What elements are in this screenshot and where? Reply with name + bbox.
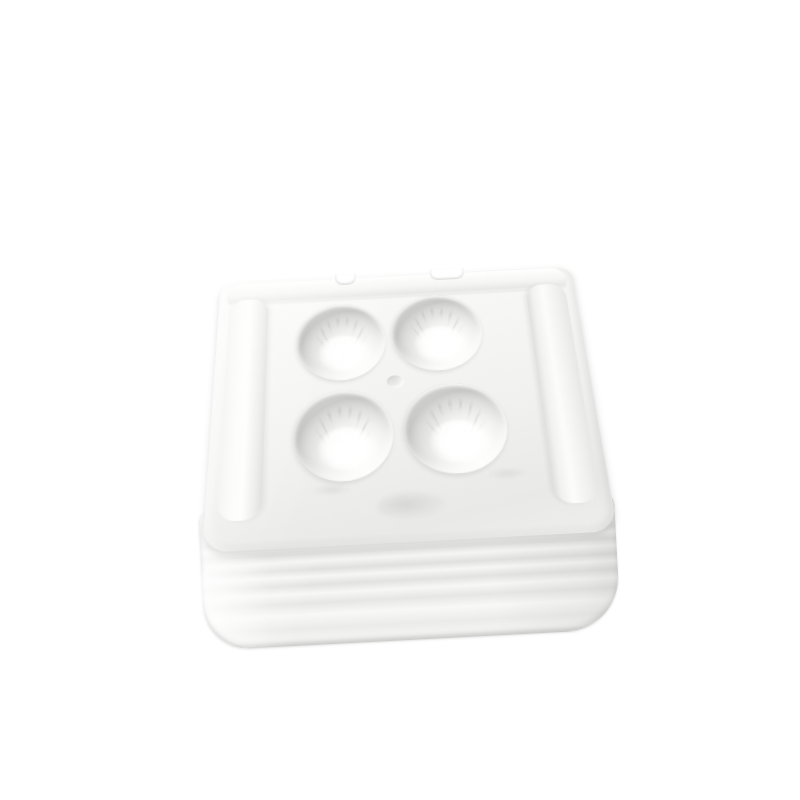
tray-stack-photo: [181, 191, 628, 661]
stack-highlight: [201, 559, 347, 650]
well-bottom-highlight: [318, 334, 368, 373]
top-tray: [202, 265, 617, 553]
well-bottom-right: [402, 381, 512, 476]
well-bottom-highlight: [318, 426, 375, 473]
well-bottom-left: [293, 388, 395, 483]
back-edge-notch-right: [430, 268, 465, 281]
tray-top-surface: [202, 265, 617, 553]
well-top-right: [390, 293, 485, 373]
photo-canvas: [0, 0, 800, 800]
well-top-left: [297, 302, 387, 382]
